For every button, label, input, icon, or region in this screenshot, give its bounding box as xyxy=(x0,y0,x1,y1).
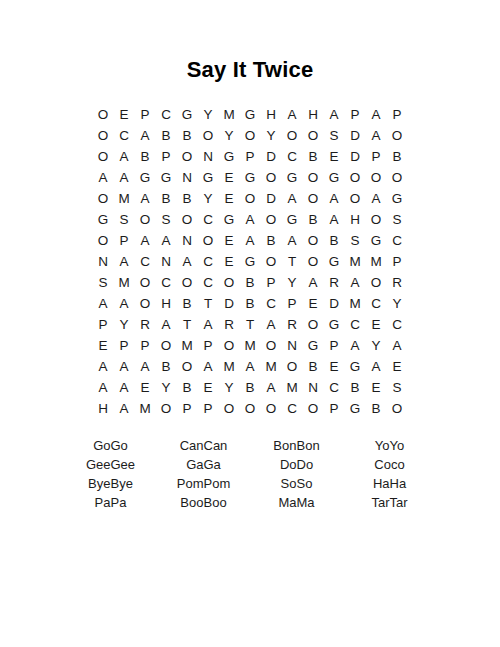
grid-cell-r11c12[interactable]: G xyxy=(324,314,345,335)
grid-cell-r15c4[interactable]: O xyxy=(156,398,177,419)
grid-cell-r5c4[interactable]: B xyxy=(156,188,177,209)
grid-cell-r11c10[interactable]: R xyxy=(282,314,303,335)
grid-cell-r13c9[interactable]: M xyxy=(261,356,282,377)
grid-cell-r10c11[interactable]: E xyxy=(303,293,324,314)
grid-cell-r13c8[interactable]: A xyxy=(240,356,261,377)
grid-cell-r6c4[interactable]: S xyxy=(156,209,177,230)
grid-cell-r15c1[interactable]: H xyxy=(93,398,114,419)
grid-cell-r10c1[interactable]: A xyxy=(93,293,114,314)
word-item-soso: SoSo xyxy=(250,474,343,493)
grid-cell-r12c15[interactable]: A xyxy=(387,335,408,356)
grid-cell-r10c12[interactable]: D xyxy=(324,293,345,314)
grid-cell-r15c10[interactable]: C xyxy=(282,398,303,419)
grid-cell-r10c3[interactable]: O xyxy=(135,293,156,314)
grid-cell-r4c2[interactable]: A xyxy=(114,167,135,188)
grid-cell-r3c8[interactable]: P xyxy=(240,146,261,167)
grid-cell-r4c10[interactable]: G xyxy=(282,167,303,188)
grid-cell-r8c12[interactable]: G xyxy=(324,251,345,272)
grid-cell-r12c9[interactable]: O xyxy=(261,335,282,356)
grid-cell-r6c13[interactable]: H xyxy=(345,209,366,230)
grid-cell-r15c14[interactable]: B xyxy=(366,398,387,419)
grid-cell-r14c2[interactable]: A xyxy=(114,377,135,398)
grid-cell-r8c15[interactable]: P xyxy=(387,251,408,272)
grid-cell-r5c8[interactable]: O xyxy=(240,188,261,209)
grid-cell-r8c5[interactable]: A xyxy=(177,251,198,272)
grid-cell-r4c15[interactable]: O xyxy=(387,167,408,188)
grid-cell-r13c3[interactable]: A xyxy=(135,356,156,377)
grid-cell-r4c11[interactable]: O xyxy=(303,167,324,188)
grid-cell-r5c2[interactable]: M xyxy=(114,188,135,209)
grid-cell-r9c12[interactable]: R xyxy=(324,272,345,293)
grid-cell-r1c4[interactable]: C xyxy=(156,104,177,125)
grid-cell-r9c9[interactable]: P xyxy=(261,272,282,293)
grid-cell-r7c3[interactable]: A xyxy=(135,230,156,251)
grid-cell-r4c12[interactable]: G xyxy=(324,167,345,188)
grid-cell-r2c9[interactable]: Y xyxy=(261,125,282,146)
grid-cell-r3c12[interactable]: E xyxy=(324,146,345,167)
grid-cell-r6c12[interactable]: A xyxy=(324,209,345,230)
word-item-papa: PaPa xyxy=(64,493,157,512)
word-search-page: Say It Twice OEPCGYMGHAHAPAPOCABBOYOYOOS… xyxy=(0,0,500,647)
grid-cell-r10c7[interactable]: D xyxy=(219,293,240,314)
grid-cell-r6c10[interactable]: G xyxy=(282,209,303,230)
grid-cell-r14c6[interactable]: E xyxy=(198,377,219,398)
grid-cell-r9c8[interactable]: B xyxy=(240,272,261,293)
grid-cell-r7c4[interactable]: A xyxy=(156,230,177,251)
grid-cell-r5c11[interactable]: O xyxy=(303,188,324,209)
word-item-tartar: TarTar xyxy=(343,493,436,512)
grid-cell-r6c5[interactable]: O xyxy=(177,209,198,230)
grid-cell-r9c10[interactable]: Y xyxy=(282,272,303,293)
grid-cell-r12c4[interactable]: O xyxy=(156,335,177,356)
word-item-geegee: GeeGee xyxy=(64,455,157,474)
grid-cell-r1c12[interactable]: A xyxy=(324,104,345,125)
grid-cell-r7c12[interactable]: B xyxy=(324,230,345,251)
grid-cell-r5c9[interactable]: D xyxy=(261,188,282,209)
grid-cell-r4c3[interactable]: G xyxy=(135,167,156,188)
grid-cell-r15c12[interactable]: P xyxy=(324,398,345,419)
grid-cell-r8c7[interactable]: E xyxy=(219,251,240,272)
grid-cell-r10c2[interactable]: A xyxy=(114,293,135,314)
grid-cell-r1c14[interactable]: A xyxy=(366,104,387,125)
grid-cell-r7c11[interactable]: O xyxy=(303,230,324,251)
grid-cell-r5c3[interactable]: A xyxy=(135,188,156,209)
grid-cell-r7c1[interactable]: O xyxy=(93,230,114,251)
grid-cell-r10c15[interactable]: Y xyxy=(387,293,408,314)
grid-cell-r2c10[interactable]: O xyxy=(282,125,303,146)
grid-cell-r10c14[interactable]: C xyxy=(366,293,387,314)
word-item-haha: HaHa xyxy=(343,474,436,493)
grid-cell-r5c14[interactable]: A xyxy=(366,188,387,209)
grid-cell-r11c6[interactable]: A xyxy=(198,314,219,335)
grid-cell-r4c14[interactable]: O xyxy=(366,167,387,188)
grid-cell-r2c11[interactable]: O xyxy=(303,125,324,146)
grid-cell-r10c9[interactable]: C xyxy=(261,293,282,314)
grid-cell-r12c13[interactable]: A xyxy=(345,335,366,356)
grid-cell-r6c11[interactable]: B xyxy=(303,209,324,230)
grid-cell-r7c10[interactable]: A xyxy=(282,230,303,251)
grid-cell-r12c5[interactable]: M xyxy=(177,335,198,356)
grid-cell-r7c8[interactable]: A xyxy=(240,230,261,251)
grid-cell-r5c7[interactable]: E xyxy=(219,188,240,209)
grid-cell-r8c11[interactable]: O xyxy=(303,251,324,272)
grid-cell-r1c15[interactable]: P xyxy=(387,104,408,125)
grid-cell-r15c8[interactable]: O xyxy=(240,398,261,419)
grid-cell-r13c2[interactable]: A xyxy=(114,356,135,377)
grid-cell-r7c14[interactable]: G xyxy=(366,230,387,251)
grid-cell-r4c4[interactable]: G xyxy=(156,167,177,188)
grid-cell-r12c11[interactable]: G xyxy=(303,335,324,356)
grid-cell-r2c3[interactable]: A xyxy=(135,125,156,146)
grid-cell-r3c10[interactable]: C xyxy=(282,146,303,167)
grid-cell-r11c11[interactable]: O xyxy=(303,314,324,335)
grid-cell-r4c5[interactable]: N xyxy=(177,167,198,188)
grid-cell-r3c5[interactable]: O xyxy=(177,146,198,167)
grid-cell-r4c9[interactable]: O xyxy=(261,167,282,188)
grid-cell-r2c4[interactable]: B xyxy=(156,125,177,146)
grid-cell-r12c2[interactable]: P xyxy=(114,335,135,356)
grid-cell-r1c8[interactable]: G xyxy=(240,104,261,125)
grid-cell-r9c4[interactable]: C xyxy=(156,272,177,293)
grid-cell-r9c3[interactable]: O xyxy=(135,272,156,293)
grid-cell-r14c12[interactable]: C xyxy=(324,377,345,398)
grid-cell-r12c10[interactable]: N xyxy=(282,335,303,356)
grid-cell-r9c7[interactable]: O xyxy=(219,272,240,293)
grid-cell-r3c7[interactable]: G xyxy=(219,146,240,167)
grid-cell-r13c11[interactable]: B xyxy=(303,356,324,377)
grid-cell-r14c11[interactable]: N xyxy=(303,377,324,398)
grid-cell-r1c1[interactable]: O xyxy=(93,104,114,125)
grid-cell-r2c6[interactable]: O xyxy=(198,125,219,146)
grid-cell-r9c2[interactable]: M xyxy=(114,272,135,293)
grid-cell-r13c14[interactable]: A xyxy=(366,356,387,377)
grid-cell-r12c14[interactable]: Y xyxy=(366,335,387,356)
grid-cell-r15c2[interactable]: A xyxy=(114,398,135,419)
grid-cell-r13c10[interactable]: O xyxy=(282,356,303,377)
grid-cell-r6c7[interactable]: G xyxy=(219,209,240,230)
grid-cell-r13c1[interactable]: A xyxy=(93,356,114,377)
grid-cell-r9c6[interactable]: C xyxy=(198,272,219,293)
grid-cell-r11c3[interactable]: R xyxy=(135,314,156,335)
grid-cell-r7c6[interactable]: O xyxy=(198,230,219,251)
grid-cell-r2c5[interactable]: B xyxy=(177,125,198,146)
word-item-gaga: GaGa xyxy=(157,455,250,474)
grid-cell-r14c7[interactable]: Y xyxy=(219,377,240,398)
word-item-yoyo: YoYo xyxy=(343,436,436,455)
grid-cell-r15c11[interactable]: O xyxy=(303,398,324,419)
grid-cell-r12c12[interactable]: P xyxy=(324,335,345,356)
grid-cell-r15c13[interactable]: G xyxy=(345,398,366,419)
grid-cell-r12c6[interactable]: P xyxy=(198,335,219,356)
word-item-dodo: DoDo xyxy=(250,455,343,474)
grid-cell-r15c7[interactable]: O xyxy=(219,398,240,419)
grid-cell-r1c2[interactable]: E xyxy=(114,104,135,125)
grid-cell-r12c8[interactable]: M xyxy=(240,335,261,356)
grid-cell-r11c15[interactable]: C xyxy=(387,314,408,335)
word-item-pompom: PomPom xyxy=(157,474,250,493)
grid-cell-r2c14[interactable]: A xyxy=(366,125,387,146)
grid-cell-r14c13[interactable]: B xyxy=(345,377,366,398)
grid-cell-r10c6[interactable]: T xyxy=(198,293,219,314)
grid-cell-r6c14[interactable]: O xyxy=(366,209,387,230)
grid-cell-r15c3[interactable]: M xyxy=(135,398,156,419)
grid-cell-r13c7[interactable]: M xyxy=(219,356,240,377)
grid-cell-r7c2[interactable]: P xyxy=(114,230,135,251)
grid-cell-r9c15[interactable]: R xyxy=(387,272,408,293)
grid-cell-r8c2[interactable]: A xyxy=(114,251,135,272)
grid-cell-r6c6[interactable]: C xyxy=(198,209,219,230)
grid-cell-r6c1[interactable]: G xyxy=(93,209,114,230)
grid-cell-r14c5[interactable]: B xyxy=(177,377,198,398)
grid-cell-r5c1[interactable]: O xyxy=(93,188,114,209)
grid-cell-r14c9[interactable]: A xyxy=(261,377,282,398)
grid-cell-r1c9[interactable]: H xyxy=(261,104,282,125)
grid-cell-r3c1[interactable]: O xyxy=(93,146,114,167)
grid-cell-r9c11[interactable]: A xyxy=(303,272,324,293)
grid-cell-r6c3[interactable]: O xyxy=(135,209,156,230)
grid-cell-r2c7[interactable]: Y xyxy=(219,125,240,146)
grid-cell-r11c8[interactable]: T xyxy=(240,314,261,335)
grid-cell-r11c4[interactable]: A xyxy=(156,314,177,335)
grid-cell-r14c10[interactable]: M xyxy=(282,377,303,398)
grid-cell-r7c7[interactable]: E xyxy=(219,230,240,251)
grid-cell-r14c3[interactable]: E xyxy=(135,377,156,398)
grid-cell-r11c5[interactable]: T xyxy=(177,314,198,335)
grid-cell-r6c8[interactable]: A xyxy=(240,209,261,230)
grid-cell-r5c13[interactable]: O xyxy=(345,188,366,209)
grid-cell-r2c15[interactable]: O xyxy=(387,125,408,146)
grid-cell-r5c15[interactable]: G xyxy=(387,188,408,209)
grid-cell-r10c13[interactable]: M xyxy=(345,293,366,314)
grid-cell-r12c3[interactable]: P xyxy=(135,335,156,356)
grid-cell-r4c8[interactable]: G xyxy=(240,167,261,188)
grid-cell-r11c2[interactable]: Y xyxy=(114,314,135,335)
word-item-cancan: CanCan xyxy=(157,436,250,455)
grid-cell-r3c11[interactable]: B xyxy=(303,146,324,167)
grid-cell-r15c15[interactable]: O xyxy=(387,398,408,419)
grid-cell-r6c9[interactable]: O xyxy=(261,209,282,230)
grid-cell-r15c6[interactable]: P xyxy=(198,398,219,419)
grid-cell-r7c9[interactable]: B xyxy=(261,230,282,251)
grid-cell-r1c10[interactable]: A xyxy=(282,104,303,125)
grid-cell-r9c14[interactable]: O xyxy=(366,272,387,293)
grid-cell-r4c13[interactable]: O xyxy=(345,167,366,188)
grid-cell-r15c5[interactable]: P xyxy=(177,398,198,419)
grid-cell-r3c2[interactable]: A xyxy=(114,146,135,167)
grid-cell-r7c5[interactable]: N xyxy=(177,230,198,251)
grid-cell-r14c1[interactable]: A xyxy=(93,377,114,398)
grid-cell-r3c14[interactable]: P xyxy=(366,146,387,167)
letter-grid: OEPCGYMGHAHAPAPOCABBOYOYOOSDAOOABPONGPDC… xyxy=(93,104,408,419)
grid-cell-r6c15[interactable]: S xyxy=(387,209,408,230)
grid-cell-r14c8[interactable]: B xyxy=(240,377,261,398)
grid-cell-r14c4[interactable]: Y xyxy=(156,377,177,398)
grid-cell-r2c12[interactable]: S xyxy=(324,125,345,146)
grid-cell-r3c3[interactable]: B xyxy=(135,146,156,167)
grid-cell-r1c5[interactable]: G xyxy=(177,104,198,125)
grid-cell-r13c15[interactable]: E xyxy=(387,356,408,377)
grid-cell-r2c13[interactable]: D xyxy=(345,125,366,146)
grid-cell-r2c2[interactable]: C xyxy=(114,125,135,146)
grid-cell-r4c6[interactable]: G xyxy=(198,167,219,188)
word-item-bonbon: BonBon xyxy=(250,436,343,455)
word-item-byebye: ByeBye xyxy=(64,474,157,493)
grid-cell-r8c14[interactable]: M xyxy=(366,251,387,272)
grid-cell-r5c10[interactable]: A xyxy=(282,188,303,209)
grid-cell-r10c8[interactable]: B xyxy=(240,293,261,314)
grid-cell-r9c5[interactable]: O xyxy=(177,272,198,293)
grid-cell-r11c7[interactable]: R xyxy=(219,314,240,335)
grid-cell-r2c8[interactable]: O xyxy=(240,125,261,146)
grid-cell-r3c15[interactable]: B xyxy=(387,146,408,167)
grid-cell-r3c9[interactable]: D xyxy=(261,146,282,167)
grid-cell-r6c2[interactable]: S xyxy=(114,209,135,230)
grid-cell-r13c6[interactable]: A xyxy=(198,356,219,377)
grid-cell-r8c8[interactable]: G xyxy=(240,251,261,272)
grid-cell-r12c1[interactable]: E xyxy=(93,335,114,356)
word-item-gogo: GoGo xyxy=(64,436,157,455)
grid-cell-r5c12[interactable]: A xyxy=(324,188,345,209)
grid-cell-r8c1[interactable]: N xyxy=(93,251,114,272)
grid-cell-r13c5[interactable]: O xyxy=(177,356,198,377)
grid-cell-r8c13[interactable]: M xyxy=(345,251,366,272)
grid-cell-r2c1[interactable]: O xyxy=(93,125,114,146)
grid-cell-r7c13[interactable]: S xyxy=(345,230,366,251)
grid-cell-r5c6[interactable]: Y xyxy=(198,188,219,209)
grid-cell-r1c7[interactable]: M xyxy=(219,104,240,125)
grid-cell-r11c1[interactable]: P xyxy=(93,314,114,335)
grid-cell-r1c6[interactable]: Y xyxy=(198,104,219,125)
grid-cell-r1c11[interactable]: H xyxy=(303,104,324,125)
grid-cell-r5c5[interactable]: B xyxy=(177,188,198,209)
grid-cell-r10c4[interactable]: H xyxy=(156,293,177,314)
grid-cell-r8c4[interactable]: N xyxy=(156,251,177,272)
grid-cell-r8c9[interactable]: O xyxy=(261,251,282,272)
grid-cell-r10c5[interactable]: B xyxy=(177,293,198,314)
grid-cell-r8c6[interactable]: C xyxy=(198,251,219,272)
grid-cell-r14c15[interactable]: S xyxy=(387,377,408,398)
word-item-mama: MaMa xyxy=(250,493,343,512)
grid-cell-r11c14[interactable]: E xyxy=(366,314,387,335)
grid-cell-r3c13[interactable]: D xyxy=(345,146,366,167)
word-item-booboo: BooBoo xyxy=(157,493,250,512)
grid-cell-r9c1[interactable]: S xyxy=(93,272,114,293)
grid-cell-r1c13[interactable]: P xyxy=(345,104,366,125)
grid-cell-r14c14[interactable]: E xyxy=(366,377,387,398)
grid-cell-r7c15[interactable]: C xyxy=(387,230,408,251)
grid-cell-r4c7[interactable]: E xyxy=(219,167,240,188)
grid-cell-r13c13[interactable]: G xyxy=(345,356,366,377)
grid-cell-r10c10[interactable]: P xyxy=(282,293,303,314)
word-item-coco: Coco xyxy=(343,455,436,474)
grid-cell-r3c4[interactable]: P xyxy=(156,146,177,167)
grid-cell-r13c12[interactable]: E xyxy=(324,356,345,377)
grid-cell-r9c13[interactable]: A xyxy=(345,272,366,293)
grid-cell-r4c1[interactable]: A xyxy=(93,167,114,188)
grid-cell-r3c6[interactable]: N xyxy=(198,146,219,167)
grid-cell-r12c7[interactable]: O xyxy=(219,335,240,356)
grid-cell-r8c3[interactable]: C xyxy=(135,251,156,272)
grid-cell-r11c13[interactable]: C xyxy=(345,314,366,335)
grid-cell-r13c4[interactable]: B xyxy=(156,356,177,377)
grid-cell-r1c3[interactable]: P xyxy=(135,104,156,125)
grid-cell-r11c9[interactable]: A xyxy=(261,314,282,335)
grid-cell-r8c10[interactable]: T xyxy=(282,251,303,272)
word-list: GoGoCanCanBonBonYoYoGeeGeeGaGaDoDoCocoBy… xyxy=(64,436,436,512)
grid-cell-r15c9[interactable]: O xyxy=(261,398,282,419)
page-title: Say It Twice xyxy=(0,57,500,83)
